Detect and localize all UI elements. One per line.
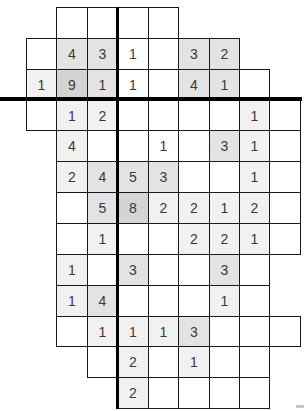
cell-r11-c3[interactable]: 1 [87, 316, 118, 347]
cell-r10-c5[interactable] [148, 285, 179, 317]
cell-r12-c6[interactable]: 1 [178, 346, 210, 378]
cell-r10-c7[interactable]: 1 [209, 285, 240, 317]
cell-r8-c4[interactable] [117, 223, 149, 255]
cell-r4-c1[interactable] [26, 100, 57, 131]
cell-r7-c8[interactable]: 2 [239, 192, 270, 224]
cell-r4-c6[interactable] [178, 100, 210, 131]
cell-r7-c7[interactable]: 1 [209, 192, 240, 224]
cell-r6-c3[interactable]: 4 [87, 161, 118, 193]
cell-r9-c5[interactable] [148, 254, 179, 286]
cell-r1-c3[interactable] [87, 7, 118, 39]
cell-r4-c8[interactable]: 1 [239, 100, 270, 131]
cell-r8-c6[interactable]: 2 [178, 223, 210, 255]
horizontal-axis-line [0, 97, 302, 101]
cell-r7-c5[interactable]: 2 [148, 192, 179, 224]
cell-r12-c4[interactable]: 2 [117, 346, 149, 378]
corner-artifact-dash [296, 405, 304, 408]
cell-r12-c7[interactable] [209, 346, 240, 378]
cell-r1-c2[interactable] [56, 7, 88, 39]
cell-r11-c9[interactable] [269, 316, 301, 347]
cell-r5-c8[interactable]: 1 [239, 130, 270, 162]
cell-r1-c5[interactable] [148, 7, 179, 39]
cell-r11-c6[interactable]: 3 [178, 316, 210, 347]
cell-r2-c1[interactable] [26, 38, 57, 70]
cell-r8-c2[interactable] [56, 223, 88, 255]
cell-r8-c7[interactable]: 2 [209, 223, 240, 255]
cell-r8-c3[interactable]: 1 [87, 223, 118, 255]
cell-r8-c5[interactable] [148, 223, 179, 255]
cell-r12-c5[interactable] [148, 346, 179, 378]
cell-r2-c3[interactable]: 3 [87, 38, 118, 70]
cell-r6-c2[interactable]: 2 [56, 161, 88, 193]
vertical-axis-line [116, 7, 119, 409]
cell-r4-c5[interactable] [148, 100, 179, 131]
cell-r10-c8[interactable] [239, 285, 270, 317]
cell-r6-c5[interactable]: 3 [148, 161, 179, 193]
cell-r11-c2[interactable] [56, 316, 88, 347]
cell-r5-c7[interactable]: 3 [209, 130, 240, 162]
cell-r11-c4[interactable]: 1 [117, 316, 149, 347]
cell-r5-c5[interactable]: 1 [148, 130, 179, 162]
cell-r4-c7[interactable] [209, 100, 240, 131]
cell-r5-c4[interactable] [117, 130, 149, 162]
cell-r9-c2[interactable]: 1 [56, 254, 88, 286]
cell-r4-c2[interactable]: 1 [56, 100, 88, 131]
cell-r1-c4[interactable] [117, 7, 149, 39]
cell-r10-c4[interactable] [117, 285, 149, 317]
cell-r11-c5[interactable]: 1 [148, 316, 179, 347]
cell-r7-c3[interactable]: 5 [87, 192, 118, 224]
cell-r13-c5[interactable] [148, 377, 179, 409]
cell-r6-c7[interactable] [209, 161, 240, 193]
cell-r9-c4[interactable]: 3 [117, 254, 149, 286]
cell-r7-c9[interactable] [269, 192, 301, 224]
cell-r8-c8[interactable]: 1 [239, 223, 270, 255]
cell-r13-c8[interactable] [239, 377, 270, 409]
cell-r6-c4[interactable]: 5 [117, 161, 149, 193]
cell-r9-c6[interactable] [178, 254, 210, 286]
cell-r13-c4[interactable]: 2 [117, 377, 149, 409]
cell-r5-c6[interactable] [178, 130, 210, 162]
cell-r7-c6[interactable]: 2 [178, 192, 210, 224]
cell-r10-c2[interactable]: 1 [56, 285, 88, 317]
cell-r12-c8[interactable] [239, 346, 270, 378]
cell-r2-c5[interactable] [148, 38, 179, 70]
cell-r2-c7[interactable]: 2 [209, 38, 240, 70]
cell-r9-c7[interactable]: 3 [209, 254, 240, 286]
cell-r11-c7[interactable] [209, 316, 240, 347]
cell-r5-c3[interactable] [87, 130, 118, 162]
cell-r5-c9[interactable] [269, 130, 301, 162]
cell-r10-c6[interactable] [178, 285, 210, 317]
cell-r6-c6[interactable] [178, 161, 210, 193]
cell-r6-c8[interactable]: 1 [239, 161, 270, 193]
cell-r4-c9[interactable] [269, 100, 301, 131]
cell-r2-c6[interactable]: 3 [178, 38, 210, 70]
cell-r7-c4[interactable]: 8 [117, 192, 149, 224]
cell-r10-c3[interactable]: 4 [87, 285, 118, 317]
cell-r12-c3[interactable] [87, 346, 118, 378]
cell-r2-c2[interactable]: 4 [56, 38, 88, 70]
cell-r4-c4[interactable] [117, 100, 149, 131]
cell-r13-c7[interactable] [209, 377, 240, 409]
puzzle-board: 4313219114112141312453158221212211331411… [0, 0, 304, 411]
cell-r2-c4[interactable]: 1 [117, 38, 149, 70]
cell-r6-c9[interactable] [269, 161, 301, 193]
cell-r9-c3[interactable] [87, 254, 118, 286]
cell-r4-c3[interactable]: 2 [87, 100, 118, 131]
cell-r8-c9[interactable] [269, 223, 301, 255]
cell-r9-c8[interactable] [239, 254, 270, 286]
cell-r11-c8[interactable] [239, 316, 270, 347]
cell-r7-c2[interactable] [56, 192, 88, 224]
cell-r5-c2[interactable]: 4 [56, 130, 88, 162]
cell-r13-c6[interactable] [178, 377, 210, 409]
